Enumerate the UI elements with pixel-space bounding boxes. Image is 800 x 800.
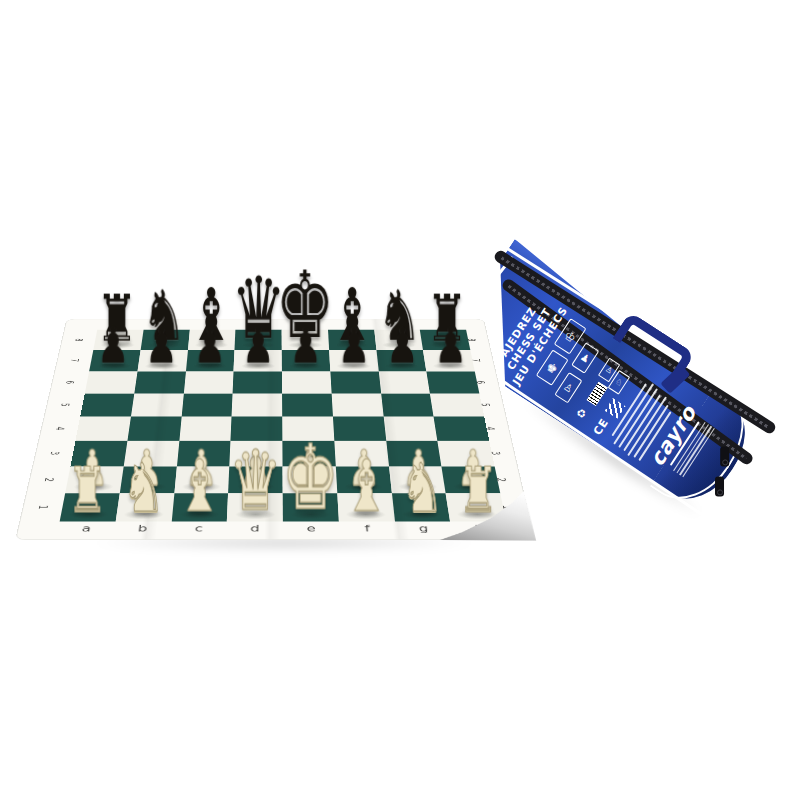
square-g4 (383, 416, 437, 440)
square-b4 (127, 416, 181, 440)
board-scene: ♜♞♝♛♚♝♞♜♟♟♟♟♟♟♟♟♟♟♟♟♟♟♟♟♜♞♝♛♚♝♞♜ abcdefg… (0, 0, 800, 800)
square-h4 (434, 416, 490, 440)
square-a5 (80, 393, 134, 416)
rank-label-left-3: 3 (48, 452, 62, 456)
piece-black-pawn-c7: ♟ (193, 322, 226, 370)
square-b6 (134, 371, 185, 393)
square-h5 (430, 393, 484, 416)
board-mat: ♜♞♝♛♚♝♞♜♟♟♟♟♟♟♟♟♟♟♟♟♟♟♟♟♜♞♝♛♚♝♞♜ abcdefg… (15, 319, 535, 540)
square-g5 (381, 393, 434, 416)
piece-white-knight-b1: ♞ (122, 456, 165, 520)
rank-label-right-4: 4 (484, 427, 497, 431)
piece-black-pawn-h7: ♟ (434, 322, 467, 370)
rank-label-right-7: 7 (470, 359, 482, 362)
square-e6 (282, 371, 331, 393)
square-h1: ♜ (446, 493, 506, 521)
square-d7: ♟ (234, 350, 282, 371)
piece-black-pawn-g7: ♟ (386, 322, 419, 370)
rank-label-left-8: 8 (73, 338, 85, 341)
square-c7: ♟ (186, 350, 235, 371)
piece-black-pawn-a7: ♟ (97, 322, 130, 370)
square-b1: ♞ (115, 493, 173, 521)
square-e5 (282, 393, 333, 416)
piece-white-queen-d1: ♛ (229, 442, 282, 520)
playing-grid: ♜♞♝♛♚♝♞♜♟♟♟♟♟♟♟♟♟♟♟♟♟♟♟♟♜♞♝♛♚♝♞♜ (60, 330, 506, 522)
file-label-d: d (250, 524, 260, 534)
piece-white-bishop-f1: ♝ (344, 453, 389, 520)
square-c4 (179, 416, 232, 440)
square-g6 (378, 371, 430, 393)
piece-black-pawn-f7: ♟ (338, 322, 371, 370)
file-label-c: c (194, 524, 203, 534)
piece-black-pawn-e7: ♟ (290, 322, 323, 370)
file-label-g: g (418, 524, 429, 534)
square-g1: ♞ (391, 493, 450, 521)
rank-label-left-2: 2 (42, 478, 56, 482)
file-label-e: e (306, 524, 315, 534)
square-d5 (232, 393, 282, 416)
square-a6 (85, 371, 138, 393)
square-f7: ♟ (329, 350, 378, 371)
file-label-f: f (364, 524, 370, 534)
square-f4 (333, 416, 386, 440)
square-c6 (183, 371, 233, 393)
piece-black-pawn-b7: ♟ (145, 322, 178, 370)
piece-white-bishop-c1: ♝ (177, 453, 222, 520)
piece-white-rook-a1: ♜ (68, 461, 108, 520)
square-a4 (75, 416, 130, 440)
square-c1: ♝ (171, 493, 228, 521)
rank-label-right-6: 6 (474, 381, 487, 384)
rank-label-left-7: 7 (68, 359, 80, 362)
rank-label-left-6: 6 (63, 381, 76, 384)
square-d1: ♛ (227, 493, 283, 521)
square-h6 (427, 371, 480, 393)
square-b5 (131, 393, 184, 416)
square-a1: ♜ (60, 493, 120, 521)
square-h7: ♟ (423, 350, 475, 371)
rank-label-left-1: 1 (36, 505, 50, 509)
square-a7: ♟ (89, 350, 140, 371)
rank-label-left-5: 5 (58, 403, 71, 406)
square-e1: ♚ (283, 493, 339, 521)
square-d6 (233, 371, 282, 393)
square-f6 (330, 371, 381, 393)
rank-label-left-4: 4 (53, 427, 66, 431)
square-f5 (331, 393, 383, 416)
piece-white-knight-g1: ♞ (401, 456, 444, 520)
piece-white-rook-h1: ♜ (458, 461, 498, 520)
file-label-a: a (81, 524, 92, 534)
square-e7: ♟ (282, 350, 330, 371)
file-label-b: b (137, 524, 148, 534)
piece-black-pawn-d7: ♟ (242, 322, 275, 370)
square-c5 (181, 393, 233, 416)
square-f1: ♝ (337, 493, 394, 521)
square-b7: ♟ (137, 350, 187, 371)
square-g7: ♟ (376, 350, 426, 371)
file-label-h: h (474, 524, 485, 534)
piece-white-king-e1: ♚ (282, 435, 340, 520)
